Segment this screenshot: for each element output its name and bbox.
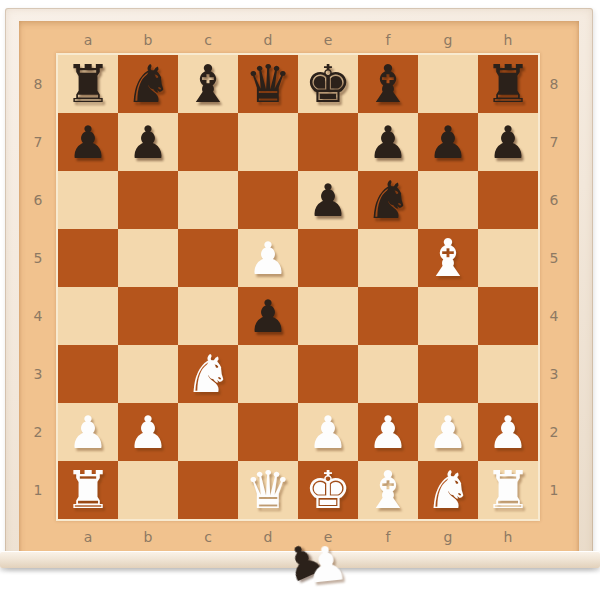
- square-c4[interactable]: [178, 287, 238, 345]
- rank-label-5: 5: [546, 229, 562, 287]
- black-rook[interactable]: ♜: [485, 58, 532, 110]
- square-e4[interactable]: [298, 287, 358, 345]
- square-h5[interactable]: [478, 229, 538, 287]
- file-label-e: e: [298, 32, 358, 48]
- rank-label-8: 8: [30, 55, 46, 113]
- square-c7[interactable]: [178, 113, 238, 171]
- file-label-g: g: [418, 32, 478, 48]
- rank-label-1: 1: [30, 461, 46, 519]
- black-pawn[interactable]: ♟: [128, 120, 168, 165]
- white-bishop[interactable]: ♝: [365, 464, 412, 516]
- square-f1[interactable]: ♝: [358, 461, 418, 519]
- white-pawn[interactable]: ♟: [308, 410, 348, 455]
- square-d8[interactable]: ♛: [238, 55, 298, 113]
- black-pawn[interactable]: ♟: [428, 120, 468, 165]
- square-e8[interactable]: ♚: [298, 55, 358, 113]
- square-a6[interactable]: [58, 171, 118, 229]
- black-king[interactable]: ♚: [305, 58, 352, 110]
- square-e7[interactable]: [298, 113, 358, 171]
- square-d1[interactable]: ♛: [238, 461, 298, 519]
- file-labels-top: abcdefgh: [58, 32, 538, 48]
- square-e3[interactable]: [298, 345, 358, 403]
- square-h8[interactable]: ♜: [478, 55, 538, 113]
- square-e2[interactable]: ♟: [298, 403, 358, 461]
- rank-label-6: 6: [546, 171, 562, 229]
- square-d2[interactable]: [238, 403, 298, 461]
- file-label-c: c: [178, 529, 238, 545]
- chess-board: ♜♞♝♛♚♝♜♟♟♟♟♟♟♞♟♝♟♞♟♟♟♟♟♟♜♛♚♝♞♜: [56, 53, 540, 521]
- rank-label-4: 4: [30, 287, 46, 345]
- file-label-b: b: [118, 529, 178, 545]
- square-f8[interactable]: ♝: [358, 55, 418, 113]
- square-c1[interactable]: [178, 461, 238, 519]
- square-h1[interactable]: ♜: [478, 461, 538, 519]
- rank-labels-left: 87654321: [30, 55, 46, 519]
- file-label-f: f: [358, 529, 418, 545]
- square-d5[interactable]: ♟: [238, 229, 298, 287]
- square-g4[interactable]: [418, 287, 478, 345]
- square-b7[interactable]: ♟: [118, 113, 178, 171]
- square-f7[interactable]: ♟: [358, 113, 418, 171]
- rank-label-2: 2: [30, 403, 46, 461]
- black-knight[interactable]: ♞: [125, 58, 172, 110]
- white-bishop[interactable]: ♝: [425, 232, 472, 284]
- white-pawn[interactable]: ♟: [368, 410, 408, 455]
- rank-label-2: 2: [546, 403, 562, 461]
- square-h3[interactable]: [478, 345, 538, 403]
- file-label-c: c: [178, 32, 238, 48]
- white-knight[interactable]: ♞: [185, 348, 232, 400]
- square-d3[interactable]: [238, 345, 298, 403]
- file-label-a: a: [58, 32, 118, 48]
- square-g6[interactable]: [418, 171, 478, 229]
- rank-label-8: 8: [546, 55, 562, 113]
- black-knight[interactable]: ♞: [365, 174, 412, 226]
- white-rook[interactable]: ♜: [485, 464, 532, 516]
- square-f4[interactable]: [358, 287, 418, 345]
- black-queen[interactable]: ♛: [245, 58, 292, 110]
- square-b5[interactable]: [118, 229, 178, 287]
- white-pawn[interactable]: ♟: [488, 410, 528, 455]
- square-d4[interactable]: ♟: [238, 287, 298, 345]
- rank-label-7: 7: [546, 113, 562, 171]
- square-a1[interactable]: ♜: [58, 461, 118, 519]
- square-a8[interactable]: ♜: [58, 55, 118, 113]
- black-pawn[interactable]: ♟: [308, 178, 348, 223]
- black-pawn[interactable]: ♟: [368, 120, 408, 165]
- file-label-h: h: [478, 32, 538, 48]
- white-rook[interactable]: ♜: [65, 464, 112, 516]
- square-g7[interactable]: ♟: [418, 113, 478, 171]
- black-pawn[interactable]: ♟: [248, 294, 288, 339]
- white-pawn[interactable]: ♟: [428, 410, 468, 455]
- square-e1[interactable]: ♚: [298, 461, 358, 519]
- square-d7[interactable]: [238, 113, 298, 171]
- square-b3[interactable]: [118, 345, 178, 403]
- square-d6[interactable]: [238, 171, 298, 229]
- square-h2[interactable]: ♟: [478, 403, 538, 461]
- rank-label-5: 5: [30, 229, 46, 287]
- rank-label-4: 4: [546, 287, 562, 345]
- rank-label-3: 3: [30, 345, 46, 403]
- square-f3[interactable]: [358, 345, 418, 403]
- square-f2[interactable]: ♟: [358, 403, 418, 461]
- square-a4[interactable]: [58, 287, 118, 345]
- square-b8[interactable]: ♞: [118, 55, 178, 113]
- photo-background: abcdefgh abcdefgh 87654321 87654321 ♜♞♝♛…: [0, 0, 600, 600]
- square-b6[interactable]: [118, 171, 178, 229]
- rank-label-7: 7: [30, 113, 46, 171]
- square-c8[interactable]: ♝: [178, 55, 238, 113]
- white-queen[interactable]: ♛: [245, 464, 292, 516]
- square-e6[interactable]: ♟: [298, 171, 358, 229]
- square-h6[interactable]: [478, 171, 538, 229]
- square-g5[interactable]: ♝: [418, 229, 478, 287]
- white-pawn[interactable]: ♟: [248, 236, 288, 281]
- white-king[interactable]: ♚: [305, 464, 352, 516]
- square-f5[interactable]: [358, 229, 418, 287]
- square-c6[interactable]: [178, 171, 238, 229]
- square-b2[interactable]: ♟: [118, 403, 178, 461]
- file-label-g: g: [418, 529, 478, 545]
- file-label-f: f: [358, 32, 418, 48]
- rank-label-6: 6: [30, 171, 46, 229]
- square-g1[interactable]: ♞: [418, 461, 478, 519]
- square-g8[interactable]: [418, 55, 478, 113]
- square-c5[interactable]: [178, 229, 238, 287]
- rank-label-3: 3: [546, 345, 562, 403]
- rank-label-1: 1: [546, 461, 562, 519]
- square-a2[interactable]: ♟: [58, 403, 118, 461]
- square-b4[interactable]: [118, 287, 178, 345]
- white-pawn-captured[interactable]: ♟: [303, 538, 351, 590]
- square-e5[interactable]: [298, 229, 358, 287]
- file-label-b: b: [118, 32, 178, 48]
- black-bishop[interactable]: ♝: [365, 58, 412, 110]
- square-c3[interactable]: ♞: [178, 345, 238, 403]
- square-f6[interactable]: ♞: [358, 171, 418, 229]
- black-bishop[interactable]: ♝: [185, 58, 232, 110]
- square-h7[interactable]: ♟: [478, 113, 538, 171]
- square-c2[interactable]: [178, 403, 238, 461]
- file-label-d: d: [238, 32, 298, 48]
- white-pawn[interactable]: ♟: [68, 410, 108, 455]
- white-pawn[interactable]: ♟: [128, 410, 168, 455]
- file-label-h: h: [478, 529, 538, 545]
- square-a5[interactable]: [58, 229, 118, 287]
- black-pawn[interactable]: ♟: [488, 120, 528, 165]
- file-label-a: a: [58, 529, 118, 545]
- rank-labels-right: 87654321: [546, 55, 562, 519]
- square-g2[interactable]: ♟: [418, 403, 478, 461]
- square-a7[interactable]: ♟: [58, 113, 118, 171]
- square-b1[interactable]: [118, 461, 178, 519]
- black-rook[interactable]: ♜: [65, 58, 112, 110]
- square-g3[interactable]: [418, 345, 478, 403]
- square-a3[interactable]: [58, 345, 118, 403]
- white-knight[interactable]: ♞: [425, 464, 472, 516]
- black-pawn[interactable]: ♟: [68, 120, 108, 165]
- square-h4[interactable]: [478, 287, 538, 345]
